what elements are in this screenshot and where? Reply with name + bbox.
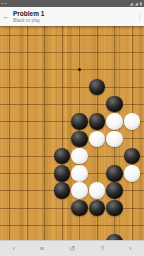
black-stone	[71, 113, 88, 130]
white-stone	[71, 182, 88, 199]
status-right-icons: ◢◢▮	[130, 2, 142, 6]
next-problem-button[interactable]: ›	[125, 241, 136, 256]
black-stone	[71, 200, 88, 217]
hint-button[interactable]: ?	[96, 241, 108, 256]
black-stone	[106, 200, 123, 217]
page-title: Problem 1	[13, 10, 135, 18]
notification-icon: ▪	[2, 2, 3, 6]
restart-button[interactable]: ↺	[65, 241, 79, 256]
grid-line	[0, 35, 144, 36]
black-stone	[106, 165, 123, 182]
kebab-menu-icon[interactable]: ⋮	[135, 13, 144, 21]
hoshi-point	[78, 68, 81, 71]
white-stone	[106, 131, 123, 148]
grid-line	[0, 52, 144, 53]
white-stone	[71, 148, 88, 165]
notification-icon-2: ▪	[5, 2, 6, 6]
status-left-icons: ▪▪	[2, 2, 7, 6]
black-stone	[124, 148, 141, 165]
moves-list-button[interactable]: ≡	[36, 241, 48, 256]
black-stone	[54, 148, 71, 165]
black-stone	[106, 182, 123, 199]
white-stone	[124, 113, 141, 130]
back-arrow-icon[interactable]: ←	[0, 13, 13, 20]
grid-line	[0, 69, 144, 70]
app-screen: ▪▪ ◢◢▮ ← Problem 1 Black to play ⋮ ‹≡↺?›	[0, 0, 144, 256]
black-stone	[106, 96, 123, 113]
status-bar: ▪▪ ◢◢▮	[0, 0, 144, 7]
wifi-icon: ◢	[130, 2, 133, 6]
battery-icon: ▮	[140, 2, 142, 6]
white-stone	[71, 165, 88, 182]
prev-problem-button[interactable]: ‹	[8, 241, 19, 256]
black-stone	[89, 79, 106, 96]
go-board[interactable]	[0, 26, 144, 241]
black-stone	[89, 200, 106, 217]
white-stone	[106, 113, 123, 130]
grid-line	[0, 87, 144, 88]
grid-line	[9, 26, 10, 241]
white-stone	[89, 182, 106, 199]
grid-line	[132, 26, 133, 241]
signal-icon: ◢	[135, 2, 138, 6]
turn-indicator: Black to play	[13, 18, 135, 24]
black-stone	[54, 182, 71, 199]
grid-line	[44, 26, 45, 241]
black-stone	[54, 165, 71, 182]
app-bar-titles: Problem 1 Black to play	[13, 10, 135, 23]
grid-line	[27, 26, 28, 241]
white-stone	[124, 165, 141, 182]
grid-line	[0, 225, 144, 226]
black-stone	[89, 113, 106, 130]
bottom-toolbar: ‹≡↺?›	[0, 240, 144, 256]
grid-line	[62, 26, 63, 241]
black-stone	[71, 131, 88, 148]
white-stone	[89, 131, 106, 148]
app-bar: ← Problem 1 Black to play ⋮	[0, 7, 144, 26]
